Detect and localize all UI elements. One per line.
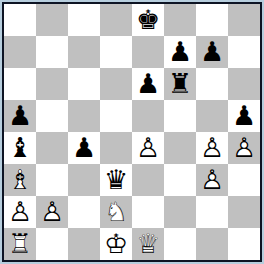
black-rook-icon[interactable]: ♜	[164, 68, 196, 100]
square-f2[interactable]	[164, 196, 196, 228]
white-piece-outline: ♖	[4, 228, 36, 260]
white-king-icon[interactable]: ♚♔	[100, 228, 132, 260]
square-h7[interactable]	[228, 36, 260, 68]
square-d2[interactable]: ♞♘	[100, 196, 132, 228]
square-a6[interactable]	[4, 68, 36, 100]
square-f1[interactable]	[164, 228, 196, 260]
square-a3[interactable]: ♝♗	[4, 164, 36, 196]
square-a4[interactable]: ♝	[4, 132, 36, 164]
white-pawn-icon[interactable]: ♟♙	[196, 164, 228, 196]
square-e7[interactable]	[132, 36, 164, 68]
square-a7[interactable]	[4, 36, 36, 68]
square-e2[interactable]	[132, 196, 164, 228]
white-piece-outline: ♙	[4, 196, 36, 228]
square-d1[interactable]: ♚♔	[100, 228, 132, 260]
square-h6[interactable]	[228, 68, 260, 100]
square-f5[interactable]	[164, 100, 196, 132]
square-f7[interactable]: ♟	[164, 36, 196, 68]
square-e5[interactable]	[132, 100, 164, 132]
square-h5[interactable]: ♟	[228, 100, 260, 132]
black-pawn-icon[interactable]: ♟	[228, 100, 260, 132]
square-b3[interactable]	[36, 164, 68, 196]
black-piece-glyph: ♚	[132, 4, 164, 36]
black-pawn-icon[interactable]: ♟	[68, 132, 100, 164]
square-h8[interactable]	[228, 4, 260, 36]
white-pawn-icon[interactable]: ♟♙	[4, 196, 36, 228]
square-d6[interactable]	[100, 68, 132, 100]
white-piece-outline: ♘	[100, 196, 132, 228]
chessboard-border: ♚♟♟♟♜♟♟♝♟♟♙♟♙♟♙♝♗♛♟♙♟♙♟♙♞♘♜♖♚♔♛♕	[2, 2, 262, 262]
square-c1[interactable]	[68, 228, 100, 260]
chessboard: ♚♟♟♟♜♟♟♝♟♟♙♟♙♟♙♝♗♛♟♙♟♙♟♙♞♘♜♖♚♔♛♕	[4, 4, 260, 260]
black-piece-glyph: ♟	[132, 68, 164, 100]
black-piece-glyph: ♟	[4, 100, 36, 132]
square-b7[interactable]	[36, 36, 68, 68]
black-pawn-icon[interactable]: ♟	[164, 36, 196, 68]
square-c3[interactable]	[68, 164, 100, 196]
square-e8[interactable]: ♚	[132, 4, 164, 36]
white-piece-outline: ♔	[100, 228, 132, 260]
white-piece-outline: ♙	[132, 132, 164, 164]
square-c8[interactable]	[68, 4, 100, 36]
white-piece-outline: ♙	[36, 196, 68, 228]
square-g6[interactable]	[196, 68, 228, 100]
black-piece-glyph: ♟	[228, 100, 260, 132]
square-h1[interactable]	[228, 228, 260, 260]
square-g1[interactable]	[196, 228, 228, 260]
white-piece-outline: ♙	[196, 164, 228, 196]
square-d4[interactable]	[100, 132, 132, 164]
square-g3[interactable]: ♟♙	[196, 164, 228, 196]
square-e6[interactable]: ♟	[132, 68, 164, 100]
square-f8[interactable]	[164, 4, 196, 36]
white-piece-outline: ♙	[196, 132, 228, 164]
square-b4[interactable]	[36, 132, 68, 164]
white-bishop-icon[interactable]: ♝♗	[4, 164, 36, 196]
black-piece-glyph: ♟	[68, 132, 100, 164]
black-piece-glyph: ♛	[100, 164, 132, 196]
black-pawn-icon[interactable]: ♟	[132, 68, 164, 100]
square-g8[interactable]	[196, 4, 228, 36]
white-piece-outline: ♕	[132, 228, 164, 260]
square-c4[interactable]: ♟	[68, 132, 100, 164]
black-piece-glyph: ♜	[164, 68, 196, 100]
chessboard-frame: ♚♟♟♟♜♟♟♝♟♟♙♟♙♟♙♝♗♛♟♙♟♙♟♙♞♘♜♖♚♔♛♕	[0, 0, 264, 264]
black-piece-glyph: ♟	[196, 36, 228, 68]
white-pawn-icon[interactable]: ♟♙	[36, 196, 68, 228]
square-b2[interactable]: ♟♙	[36, 196, 68, 228]
square-d8[interactable]	[100, 4, 132, 36]
square-c6[interactable]	[68, 68, 100, 100]
square-g7[interactable]: ♟	[196, 36, 228, 68]
square-d7[interactable]	[100, 36, 132, 68]
white-queen-icon[interactable]: ♛♕	[132, 228, 164, 260]
square-a2[interactable]: ♟♙	[4, 196, 36, 228]
square-e1[interactable]: ♛♕	[132, 228, 164, 260]
square-a1[interactable]: ♜♖	[4, 228, 36, 260]
black-piece-glyph: ♝	[4, 132, 36, 164]
white-knight-icon[interactable]: ♞♘	[100, 196, 132, 228]
black-pawn-icon[interactable]: ♟	[196, 36, 228, 68]
black-queen-icon[interactable]: ♛	[100, 164, 132, 196]
white-pawn-icon[interactable]: ♟♙	[228, 132, 260, 164]
square-c7[interactable]	[68, 36, 100, 68]
black-piece-glyph: ♟	[164, 36, 196, 68]
square-c2[interactable]	[68, 196, 100, 228]
square-b8[interactable]	[36, 4, 68, 36]
square-h3[interactable]	[228, 164, 260, 196]
square-f6[interactable]: ♜	[164, 68, 196, 100]
black-bishop-icon[interactable]: ♝	[4, 132, 36, 164]
square-b5[interactable]	[36, 100, 68, 132]
white-piece-outline: ♗	[4, 164, 36, 196]
square-e4[interactable]: ♟♙	[132, 132, 164, 164]
square-a8[interactable]	[4, 4, 36, 36]
square-g5[interactable]	[196, 100, 228, 132]
white-rook-icon[interactable]: ♜♖	[4, 228, 36, 260]
square-g2[interactable]	[196, 196, 228, 228]
square-a5[interactable]: ♟	[4, 100, 36, 132]
black-king-icon[interactable]: ♚	[132, 4, 164, 36]
square-d5[interactable]	[100, 100, 132, 132]
white-pawn-icon[interactable]: ♟♙	[196, 132, 228, 164]
square-d3[interactable]: ♛	[100, 164, 132, 196]
white-piece-outline: ♙	[228, 132, 260, 164]
square-b6[interactable]	[36, 68, 68, 100]
square-c5[interactable]	[68, 100, 100, 132]
square-e3[interactable]	[132, 164, 164, 196]
square-h2[interactable]	[228, 196, 260, 228]
square-g4[interactable]: ♟♙	[196, 132, 228, 164]
square-b1[interactable]	[36, 228, 68, 260]
square-h4[interactable]: ♟♙	[228, 132, 260, 164]
white-pawn-icon[interactable]: ♟♙	[132, 132, 164, 164]
black-pawn-icon[interactable]: ♟	[4, 100, 36, 132]
square-f4[interactable]	[164, 132, 196, 164]
square-f3[interactable]	[164, 164, 196, 196]
